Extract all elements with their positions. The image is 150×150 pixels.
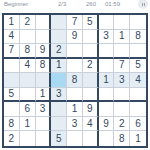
given-digit: 1 [40,89,46,99]
cell-r4c9[interactable]: 5 [130,59,146,74]
cell-r7c9[interactable] [130,102,146,117]
cell-r7c1[interactable] [4,102,20,117]
given-digit: 8 [135,31,141,41]
given-digit: 8 [119,134,125,144]
cell-r8c5[interactable]: 3 [67,117,83,132]
cell-r4c2[interactable]: 4 [20,59,36,74]
given-digit: 1 [56,60,62,70]
cell-r5c5[interactable]: 8 [67,73,83,88]
cell-r3c9[interactable] [130,44,146,59]
cell-r1c6[interactable]: 5 [83,15,99,30]
cell-r6c9[interactable] [130,88,146,103]
cell-r6c7[interactable] [99,88,115,103]
cell-r6c1[interactable]: 5 [4,88,20,103]
cell-r2c3[interactable] [36,30,52,45]
cell-r5c7[interactable]: 1 [99,73,115,88]
cell-r7c8[interactable] [114,102,130,117]
cell-r1c4[interactable] [51,15,67,30]
cell-r3c8[interactable] [114,44,130,59]
cell-r5c3[interactable] [36,73,52,88]
cell-r2c7[interactable]: 3 [99,30,115,45]
cell-r5c1[interactable] [4,73,20,88]
cell-r3c4[interactable]: 2 [51,44,67,59]
cell-r8c6[interactable]: 4 [83,117,99,132]
given-digit: 5 [9,89,15,99]
cell-r2c9[interactable]: 8 [130,30,146,45]
cell-r7c7[interactable] [99,102,115,117]
cell-r4c8[interactable]: 7 [114,59,130,74]
given-digit: 1 [135,134,141,144]
given-digit: 7 [9,45,15,55]
cell-r8c7[interactable]: 9 [99,117,115,132]
cell-r9c2[interactable] [20,131,36,146]
cell-r9c1[interactable]: 2 [4,131,20,146]
cell-r3c2[interactable]: 8 [20,44,36,59]
cell-r9c7[interactable] [99,131,115,146]
game-header: Beginner 2/3 260 01:59 [0,0,150,13]
cell-r4c6[interactable]: 2 [83,59,99,74]
given-digit: 8 [40,60,46,70]
cell-r7c4[interactable] [51,102,67,117]
cell-r3c7[interactable] [99,44,115,59]
cell-r6c4[interactable]: 3 [51,88,67,103]
cell-r4c4[interactable]: 1 [51,59,67,74]
cell-r8c1[interactable]: 8 [4,117,20,132]
cell-r6c6[interactable] [83,88,99,103]
given-digit: 3 [56,89,62,99]
cell-r1c1[interactable]: 1 [4,15,20,30]
cell-r3c5[interactable] [67,44,83,59]
given-digit: 8 [24,45,30,55]
given-digit: 4 [24,60,30,70]
cell-r1c5[interactable]: 7 [67,15,83,30]
given-digit: 1 [119,31,125,41]
cell-r2c5[interactable]: 9 [67,30,83,45]
cell-r2c4[interactable] [51,30,67,45]
cell-r9c9[interactable]: 1 [130,131,146,146]
given-digit: 6 [24,104,30,114]
given-digit: 4 [87,119,93,129]
cell-r9c5[interactable] [67,131,83,146]
cell-r7c6[interactable]: 9 [83,102,99,117]
given-digit: 8 [9,119,15,129]
given-digit: 1 [9,17,15,27]
given-digit: 6 [135,119,141,129]
cell-r7c3[interactable]: 3 [36,102,52,117]
cell-r2c8[interactable]: 1 [114,30,130,45]
given-digit: 5 [135,60,141,70]
cell-r6c3[interactable]: 1 [36,88,52,103]
cell-r8c8[interactable]: 2 [114,117,130,132]
cell-r3c1[interactable]: 7 [4,44,20,59]
cell-r8c9[interactable]: 6 [130,117,146,132]
pause-icon [142,3,143,6]
cell-r5c9[interactable]: 4 [130,73,146,88]
given-digit: 7 [72,17,78,27]
given-digit: 9 [103,119,109,129]
cell-r4c1[interactable] [4,59,20,74]
cell-r2c6[interactable] [83,30,99,45]
given-digit: 3 [119,75,125,85]
cell-r1c7[interactable] [99,15,115,30]
cell-r3c3[interactable]: 9 [36,44,52,59]
cell-r7c2[interactable]: 6 [20,102,36,117]
cell-r1c8[interactable] [114,15,130,30]
cell-r9c3[interactable] [36,131,52,146]
given-digit: 3 [103,31,109,41]
cell-r2c1[interactable]: 4 [4,30,20,45]
cell-r4c3[interactable]: 8 [36,59,52,74]
cell-r5c8[interactable]: 3 [114,73,130,88]
cell-r4c7[interactable] [99,59,115,74]
given-digit: 5 [56,134,62,144]
given-digit: 7 [119,60,125,70]
given-digit: 3 [40,104,46,114]
cell-r5c6[interactable] [83,73,99,88]
given-digit: 4 [9,31,15,41]
cell-r9c8[interactable]: 8 [114,131,130,146]
given-digit: 8 [72,75,78,85]
mistakes-value: 2/3 [58,1,66,8]
cell-r8c4[interactable] [51,117,67,132]
cell-r1c3[interactable] [36,15,52,30]
pause-button[interactable] [138,0,148,9]
cell-r7c5[interactable]: 1 [67,102,83,117]
given-digit: 1 [24,119,30,129]
cell-r5c4[interactable] [51,73,67,88]
cell-r6c2[interactable] [20,88,36,103]
given-digit: 2 [24,17,30,27]
given-digit: 9 [72,31,78,41]
given-digit: 2 [9,134,15,144]
cell-r8c2[interactable]: 1 [20,117,36,132]
given-digit: 9 [87,104,93,114]
cell-r9c4[interactable]: 5 [51,131,67,146]
cell-r6c8[interactable] [114,88,130,103]
cell-r3c6[interactable] [83,44,99,59]
cell-r9c6[interactable] [83,131,99,146]
cell-r5c2[interactable] [20,73,36,88]
sudoku-board: 1275493187892481275813451363198134926258… [2,13,148,148]
given-digit: 2 [87,60,93,70]
given-digit: 3 [72,119,78,129]
difficulty-label: Beginner [4,1,28,8]
cell-r4c5[interactable] [67,59,83,74]
cell-r1c9[interactable] [130,15,146,30]
pause-icon [144,3,145,6]
cell-r8c3[interactable] [36,117,52,132]
timer-value: 01:59 [105,1,120,8]
given-digit: 2 [119,119,125,129]
given-digit: 9 [40,45,46,55]
given-digit: 4 [135,75,141,85]
given-digit: 1 [103,75,109,85]
given-digit: 2 [56,45,62,55]
score-value: 260 [86,1,96,8]
cell-r2c2[interactable] [20,30,36,45]
given-digit: 1 [72,104,78,114]
cell-r6c5[interactable] [67,88,83,103]
given-digit: 5 [87,17,93,27]
cell-r1c2[interactable]: 2 [20,15,36,30]
